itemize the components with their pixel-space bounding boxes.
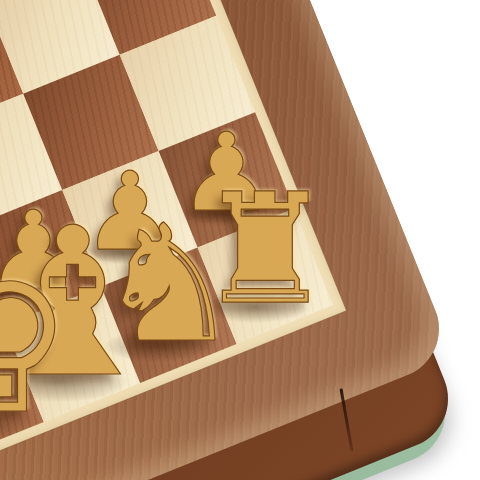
pieces-layer: ♟♟♟♜♞♝♚ xyxy=(0,0,480,480)
piece-white-king[interactable]: ♚ xyxy=(0,221,77,446)
king-glyph: ♚ xyxy=(0,221,77,446)
chess-set-photo: ♟♟♟♜♞♝♚ xyxy=(0,0,480,480)
